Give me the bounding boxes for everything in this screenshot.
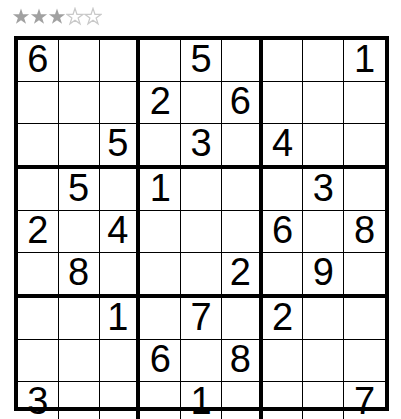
cell-r4c7[interactable] [263,169,304,211]
star-empty-icon [66,7,84,26]
star-filled-icon [48,7,66,26]
cell-r3c1[interactable] [18,124,59,169]
cell-r5c7[interactable]: 6 [263,211,304,253]
cell-r4c9[interactable] [344,169,385,211]
cell-r5c8[interactable] [303,211,344,253]
cell-r7c4[interactable] [140,298,181,340]
cell-r7c7[interactable]: 2 [263,298,304,340]
cell-r4c1[interactable] [18,169,59,211]
cell-r7c8[interactable] [303,298,344,340]
cell-r2c9[interactable] [344,82,385,124]
cell-r1c3[interactable] [100,40,141,82]
cell-r8c6[interactable]: 8 [222,340,263,382]
cell-r9c9[interactable]: 7 [344,382,385,419]
cell-r4c3[interactable] [100,169,141,211]
cell-r4c8[interactable]: 3 [303,169,344,211]
cell-r1c7[interactable] [263,40,304,82]
cell-r9c2[interactable] [59,382,100,419]
cell-r8c7[interactable] [263,340,304,382]
cell-r7c2[interactable] [59,298,100,340]
cell-r2c1[interactable] [18,82,59,124]
cell-r7c9[interactable] [344,298,385,340]
cell-r9c1[interactable]: 3 [18,382,59,419]
cell-r7c6[interactable] [222,298,263,340]
cell-r8c4[interactable]: 6 [140,340,181,382]
cell-r1c4[interactable] [140,40,181,82]
cell-r9c3[interactable] [100,382,141,419]
cell-r1c5[interactable]: 5 [181,40,222,82]
cell-r1c6[interactable] [222,40,263,82]
cell-r8c1[interactable] [18,340,59,382]
difficulty-rating [12,6,102,26]
cell-r3c5[interactable]: 3 [181,124,222,169]
cell-r6c2[interactable]: 8 [59,253,100,298]
cell-r1c9[interactable]: 1 [344,40,385,82]
cell-r9c5[interactable]: 1 [181,382,222,419]
cell-r3c8[interactable] [303,124,344,169]
cell-r4c6[interactable] [222,169,263,211]
cell-r6c7[interactable] [263,253,304,298]
cell-r1c2[interactable] [59,40,100,82]
cell-r1c1[interactable]: 6 [18,40,59,82]
sudoku-board: 65126534513246882917268317 [14,36,389,411]
cell-r4c4[interactable]: 1 [140,169,181,211]
cell-r5c6[interactable] [222,211,263,253]
cell-r4c5[interactable] [181,169,222,211]
cell-r2c6[interactable]: 6 [222,82,263,124]
cell-r9c6[interactable] [222,382,263,419]
cell-r7c1[interactable] [18,298,59,340]
cell-r3c3[interactable]: 5 [100,124,141,169]
cell-r3c7[interactable]: 4 [263,124,304,169]
cell-r8c5[interactable] [181,340,222,382]
cell-r8c3[interactable] [100,340,141,382]
cell-r3c6[interactable] [222,124,263,169]
cell-r6c9[interactable] [344,253,385,298]
cell-r7c3[interactable]: 1 [100,298,141,340]
cell-r6c8[interactable]: 9 [303,253,344,298]
star-filled-icon [12,7,30,26]
cell-r7c5[interactable]: 7 [181,298,222,340]
cell-r8c9[interactable] [344,340,385,382]
cell-r2c4[interactable]: 2 [140,82,181,124]
cell-r5c2[interactable] [59,211,100,253]
cell-r8c8[interactable] [303,340,344,382]
cell-r6c4[interactable] [140,253,181,298]
cell-r2c3[interactable] [100,82,141,124]
cell-r6c3[interactable] [100,253,141,298]
cell-r9c8[interactable] [303,382,344,419]
cell-r5c3[interactable]: 4 [100,211,141,253]
cell-r6c1[interactable] [18,253,59,298]
cell-r6c5[interactable] [181,253,222,298]
cell-r3c4[interactable] [140,124,181,169]
cell-r9c7[interactable] [263,382,304,419]
star-filled-icon [30,7,48,26]
cell-r5c4[interactable] [140,211,181,253]
star-empty-icon [84,7,102,26]
cell-r5c9[interactable]: 8 [344,211,385,253]
cell-r6c6[interactable]: 2 [222,253,263,298]
cell-r2c5[interactable] [181,82,222,124]
cell-r2c2[interactable] [59,82,100,124]
cell-r2c8[interactable] [303,82,344,124]
cell-r2c7[interactable] [263,82,304,124]
cell-r5c1[interactable]: 2 [18,211,59,253]
sudoku-page: 65126534513246882917268317 [0,0,401,419]
cell-r5c5[interactable] [181,211,222,253]
cell-r8c2[interactable] [59,340,100,382]
cell-r9c4[interactable] [140,382,181,419]
cell-r1c8[interactable] [303,40,344,82]
cell-r4c2[interactable]: 5 [59,169,100,211]
cell-r3c9[interactable] [344,124,385,169]
cell-r3c2[interactable] [59,124,100,169]
